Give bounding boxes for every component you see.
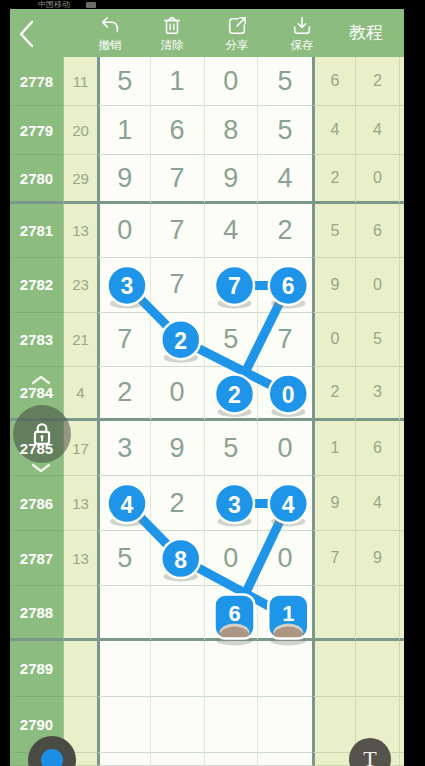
edge-cell [400,531,404,586]
digit-cell[interactable] [205,753,259,766]
edge-cell [400,641,404,697]
stat-cell: 6 [356,204,400,258]
stat-cell: 6 [312,57,356,106]
stat-cell: 7 [312,531,356,586]
back-button[interactable] [16,19,38,49]
period-label: 2783 [20,331,53,348]
edge-cell [400,57,404,106]
period-cell: 2781 [10,204,64,258]
digit-cell[interactable] [151,697,205,753]
digit-cell[interactable]: 4 [205,204,259,258]
sum-cell [64,641,97,697]
stat-cell: 2 [312,367,356,421]
stat-cell: 4 [356,106,400,155]
carrier-label: 中国移动 [38,0,70,10]
stat-cell [356,586,400,641]
digit-cell[interactable]: 7 [151,155,205,204]
digit-cell[interactable]: 5 [258,106,312,155]
chart-row: 277920168544 [10,106,404,155]
digit-cell[interactable]: 0 [205,57,259,106]
trash-icon [161,15,183,37]
chart-row: 278223377690 [10,258,404,312]
stat-cell: 4 [356,476,400,531]
digit-cell[interactable]: 9 [205,155,259,204]
digit-cell[interactable] [151,641,205,697]
digit-cell[interactable]: 8 [151,531,205,586]
period-label: 2780 [20,170,53,187]
chevron-down-icon[interactable] [31,459,51,469]
digit-cell[interactable] [97,641,151,697]
app-window: 撤销 清除 分享 保存 教程 27781151 [10,0,404,766]
chevron-up-icon[interactable] [31,371,51,381]
stat-cell: 5 [356,313,400,367]
digit-cell[interactable]: 0 [205,531,259,586]
digit-cell[interactable]: 7 [97,313,151,367]
digit-cell[interactable]: 0 [258,421,312,476]
period-cell: 2779 [10,106,64,155]
trend-chart-grid: 2778115105622779201685442780299794202781… [10,57,404,766]
chart-row: 278113074256 [10,204,404,258]
period-label: 2778 [20,73,53,90]
clear-button[interactable]: 清除 [148,13,196,53]
digit-cell[interactable]: 8 [205,106,259,155]
digit-cell[interactable]: 6 [258,258,312,312]
period-cell: 2783 [10,313,64,367]
period-cell: 2778 [10,57,64,106]
digit-cell[interactable]: 2 [151,476,205,531]
period-label: 2779 [20,122,53,139]
chart-row: 277811510562 [10,57,404,106]
digit-cell[interactable] [258,753,312,766]
period-label: 2786 [20,495,53,512]
sum-cell: 29 [64,155,97,204]
digit-cell[interactable]: 5 [205,313,259,367]
sum-cell: 13 [64,204,97,258]
edge-cell [400,586,404,641]
edge-cell [400,421,404,476]
period-cell: 2788 [10,586,64,641]
stat-cell: 1 [312,421,356,476]
digit-cell[interactable] [205,586,259,641]
digit-cell[interactable]: 5 [258,57,312,106]
period-cell: 2787 [10,531,64,586]
digit-cell[interactable]: 4 [258,155,312,204]
digit-cell[interactable]: 7 [151,258,205,312]
chart-row: 278613423494 [10,476,404,531]
period-label: 2790 [20,716,53,733]
period-label: 2789 [20,660,53,677]
digit-cell[interactable]: 3 [97,258,151,312]
digit-cell[interactable]: 0 [151,367,205,421]
chart-row: 278029979420 [10,155,404,204]
undo-button[interactable]: 撤销 [86,13,134,53]
stat-cell [312,641,356,697]
digit-cell[interactable]: 7 [205,258,259,312]
digit-cell[interactable] [205,697,259,753]
chart-row: 278321725705 [10,313,404,367]
stat-cell: 9 [312,258,356,312]
stat-cell: 0 [356,258,400,312]
stat-cell: 3 [356,367,400,421]
period-label: 2787 [20,550,53,567]
sim-icon [86,2,96,8]
edge-cell [400,204,404,258]
digit-cell[interactable]: 2 [97,367,151,421]
chart-row: 27844202023 [10,367,404,421]
share-label: 分享 [213,38,261,53]
toolbar: 撤销 清除 分享 保存 教程 [10,9,404,57]
digit-cell[interactable]: 6 [151,106,205,155]
sum-cell: 20 [64,106,97,155]
stat-cell: 0 [312,313,356,367]
stat-cell: 4 [312,106,356,155]
sum-cell: 4 [64,367,97,421]
digit-cell[interactable]: 7 [151,204,205,258]
sum-cell [64,586,97,641]
digit-cell[interactable]: 5 [205,421,259,476]
digit-cell[interactable]: 0 [97,204,151,258]
status-bar: 中国移动 [0,0,425,9]
stat-cell: 6 [356,421,400,476]
edge-cell [400,313,404,367]
undo-icon [99,15,121,37]
digit-cell[interactable] [151,753,205,766]
stat-cell: 9 [356,531,400,586]
chart-row: 2789 [10,641,404,697]
period-cell: 2780 [10,155,64,204]
digit-cell[interactable] [258,586,312,641]
save-icon [291,15,313,37]
stat-cell: 0 [356,155,400,204]
stat-cell: 5 [312,204,356,258]
chart-row: 278713580079 [10,531,404,586]
stat-cell [312,586,356,641]
sum-cell: 13 [64,531,97,586]
digit-cell[interactable]: 7 [258,313,312,367]
sum-cell: 13 [64,476,97,531]
digit-cell[interactable]: 0 [258,367,312,421]
period-cell: 2789 [10,641,64,697]
digit-cell[interactable]: 5 [97,57,151,106]
period-label: 2785 [20,440,53,457]
edge-cell [400,476,404,531]
digit-cell[interactable]: 2 [205,367,259,421]
share-button[interactable]: 分享 [213,13,261,53]
sum-cell: 21 [64,313,97,367]
period-cell: 2782 [10,258,64,312]
pen-color-dot-icon [41,749,63,766]
period-cell: 2786 [10,476,64,531]
chart-row: 2788 [10,586,404,641]
digit-cell[interactable]: 2 [258,204,312,258]
edge-cell [400,697,404,753]
digit-cell[interactable] [205,641,259,697]
digit-cell[interactable] [97,753,151,766]
edge-cell [400,753,404,766]
period-label: 2781 [20,222,53,239]
undo-label: 撤销 [86,38,134,53]
digit-cell[interactable] [151,586,205,641]
digit-cell[interactable]: 0 [258,531,312,586]
period-label: 2784 [20,384,53,401]
edge-cell [400,258,404,312]
digit-cell[interactable]: 4 [258,476,312,531]
digit-cell[interactable]: 9 [97,155,151,204]
tutorial-button[interactable]: 教程 [338,9,394,57]
digit-cell[interactable] [258,697,312,753]
stat-cell [312,697,356,753]
sum-cell: 23 [64,258,97,312]
digit-cell[interactable]: 3 [97,421,151,476]
save-label: 保存 [278,38,326,53]
digit-cell[interactable]: 1 [151,57,205,106]
share-icon [226,15,248,37]
digit-cell[interactable] [97,697,151,753]
digit-cell[interactable]: 1 [97,106,151,155]
edge-cell [400,106,404,155]
stat-cell: 9 [312,476,356,531]
digit-cell[interactable]: 2 [151,313,205,367]
clear-label: 清除 [148,38,196,53]
digit-cell[interactable]: 5 [97,531,151,586]
digit-cell[interactable]: 9 [151,421,205,476]
digit-cell[interactable] [97,586,151,641]
digit-cell[interactable]: 4 [97,476,151,531]
stat-cell: 2 [312,155,356,204]
back-chevron-icon [16,19,38,49]
save-button[interactable]: 保存 [278,13,326,53]
period-label: 2782 [20,276,53,293]
digit-cell[interactable] [258,641,312,697]
stat-cell [356,641,400,697]
period-label: 2788 [20,604,53,621]
digit-cell[interactable]: 3 [205,476,259,531]
edge-cell [400,155,404,204]
stat-cell: 2 [356,57,400,106]
edge-cell [400,367,404,421]
sum-cell: 11 [64,57,97,106]
